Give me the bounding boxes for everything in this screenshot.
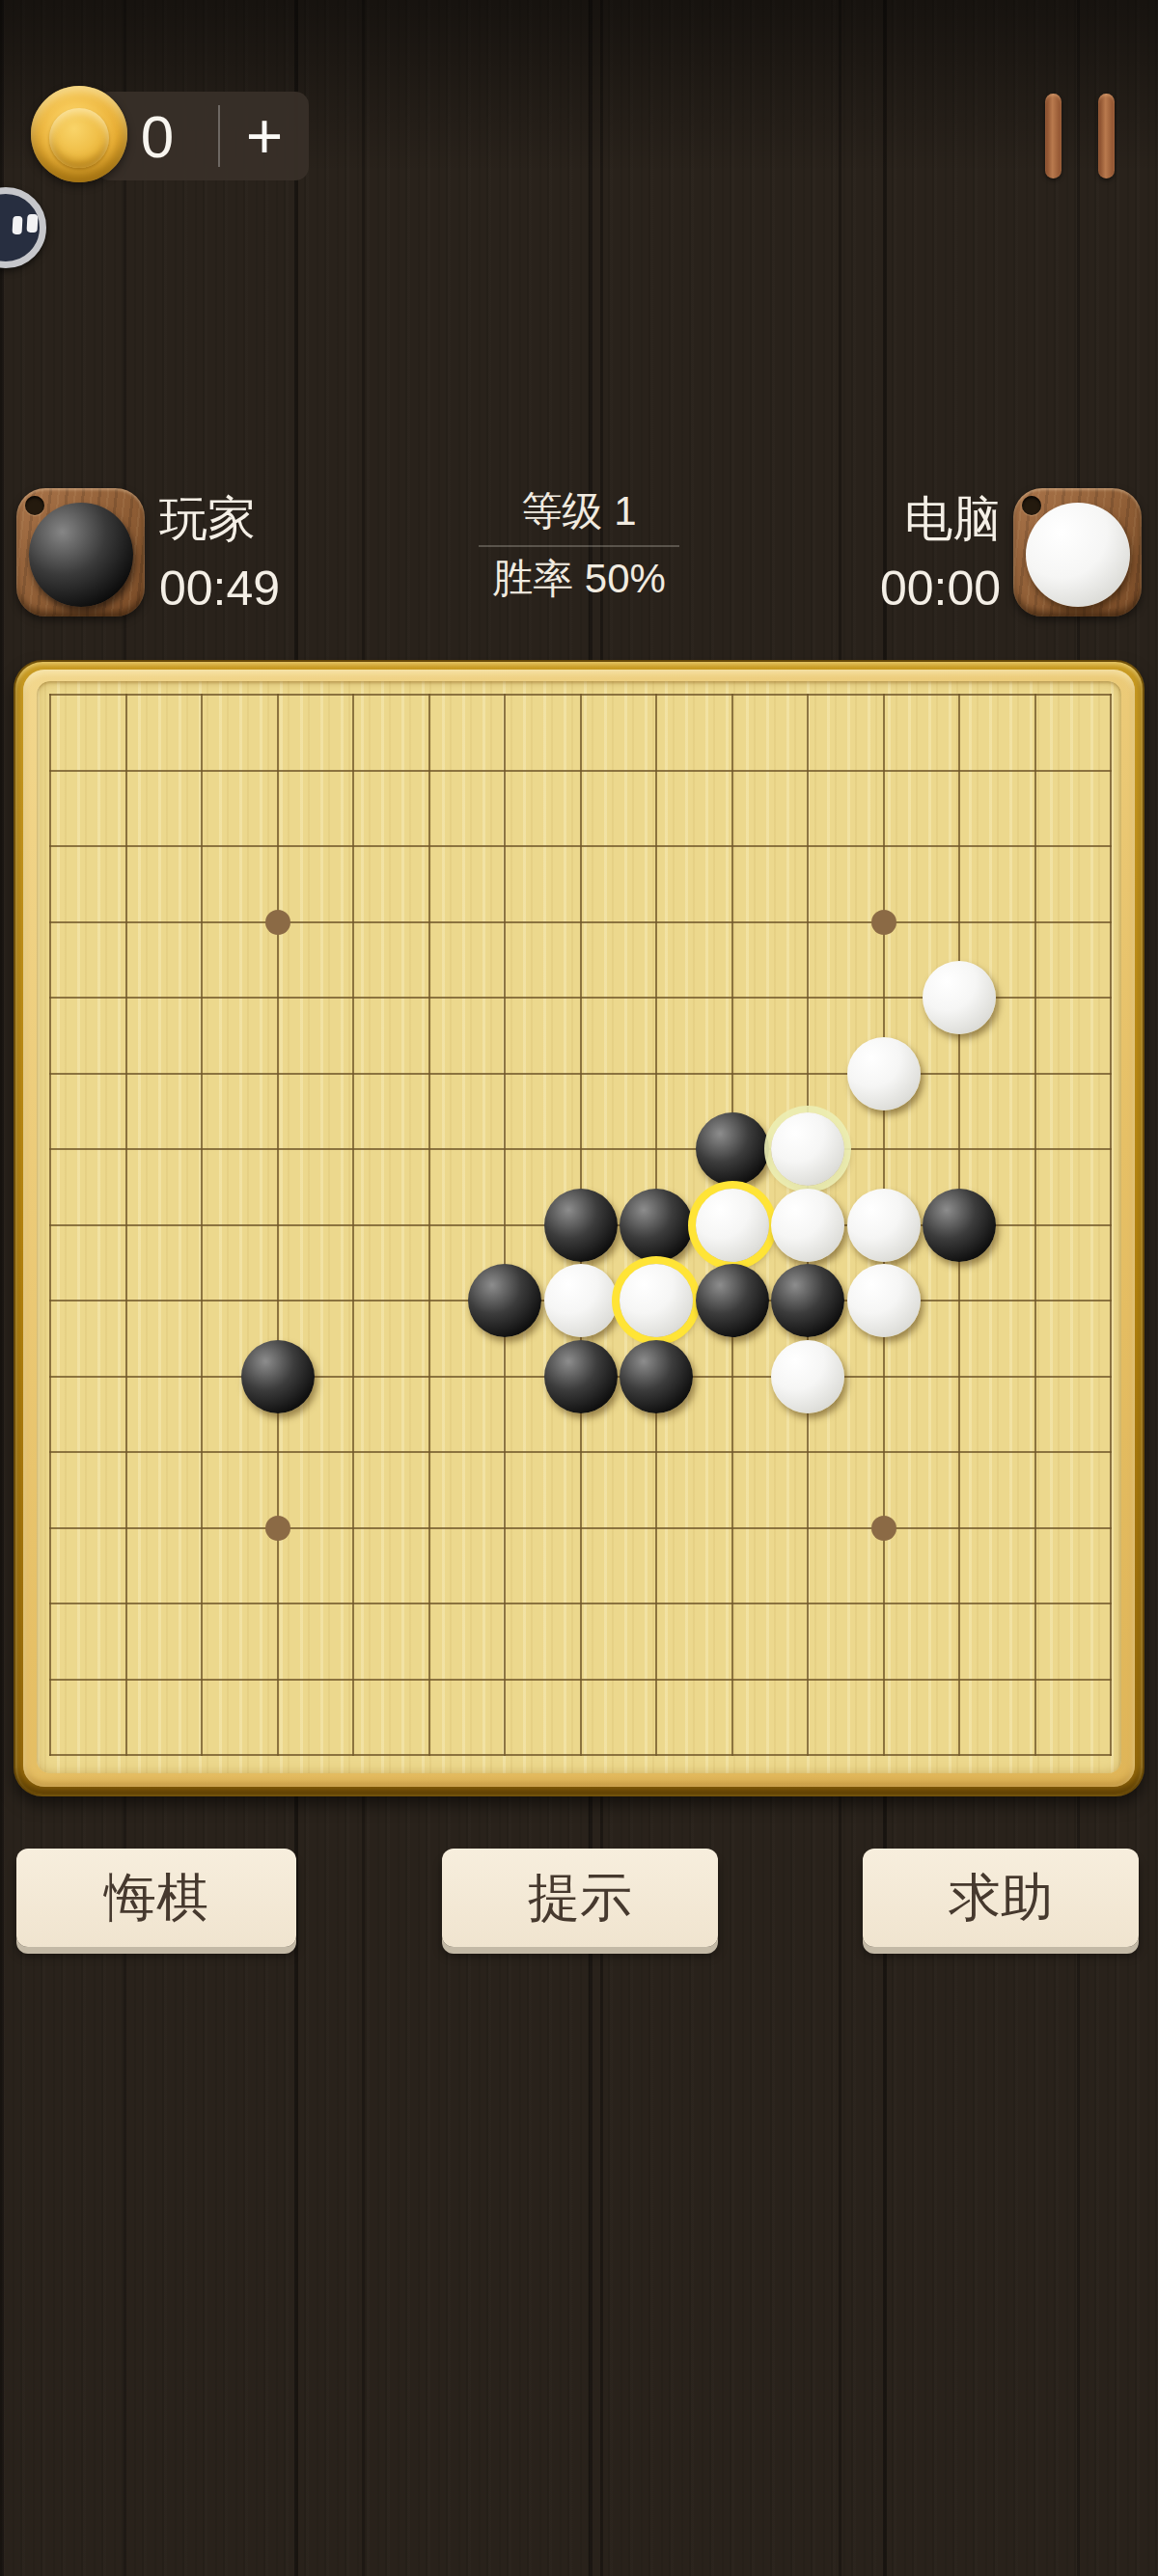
white-stone [923,961,996,1034]
help-button[interactable]: 求助 [863,1849,1139,1947]
pause-icon[interactable] [1045,94,1061,178]
undo-button[interactable]: 悔棋 [16,1849,296,1947]
black-stone [544,1189,618,1262]
star-point [265,1516,290,1541]
hint-button[interactable]: 提示 [442,1849,718,1947]
match-info: 等级 1 胜率 50% [386,491,772,599]
black-stone [468,1264,541,1337]
avatar-hole [25,496,44,515]
white-player-timer: 00:00 [880,564,1001,613]
coin-icon-inner [49,108,109,168]
white-stone [771,1189,844,1262]
grid-line-horizontal [49,1754,1112,1756]
white-player-name: 电脑 [904,495,1001,543]
black-stone [620,1340,693,1413]
white-stone [847,1037,921,1110]
star-point [871,1516,896,1541]
grid-line-horizontal [49,1451,1112,1453]
grid-line-horizontal [49,1527,1112,1529]
black-stone [696,1264,769,1337]
white-stone [696,1189,769,1262]
grid-line-horizontal [49,1603,1112,1604]
grid-line-vertical [1034,694,1036,1756]
white-stone [771,1112,844,1186]
black-player-timer: 00:49 [159,564,280,613]
black-player-avatar [16,488,145,617]
black-player-name: 玩家 [159,495,256,543]
white-stone [847,1264,921,1337]
coin-counter: 0 + [96,92,309,180]
grid-line-vertical [1110,694,1112,1756]
black-stone-icon [29,503,133,607]
plug-floating-icon[interactable] [0,187,46,268]
white-stone [847,1189,921,1262]
board-grid [50,695,1113,1757]
black-stone [620,1189,693,1262]
grid-line-horizontal [49,1679,1112,1681]
black-stone [241,1340,315,1413]
plug-prong-icon [27,214,39,233]
black-stone [696,1112,769,1186]
level-label: 等级 1 [386,491,772,532]
white-player-avatar [1013,488,1142,617]
coin-icon [31,86,127,182]
plug-prong-icon [13,216,23,234]
avatar-hole [1022,496,1041,515]
star-point [265,910,290,935]
info-divider [479,545,679,547]
white-stone [620,1264,693,1337]
winrate-label: 胜率 50% [386,559,772,599]
white-stone [544,1264,618,1337]
black-stone [544,1340,618,1413]
white-stone [771,1340,844,1413]
black-stone [771,1264,844,1337]
white-stone-icon [1026,503,1130,607]
add-coins-button[interactable]: + [220,92,309,180]
pause-icon[interactable] [1098,94,1115,178]
star-point [871,910,896,935]
black-stone [923,1189,996,1262]
board-frame [14,660,1144,1796]
